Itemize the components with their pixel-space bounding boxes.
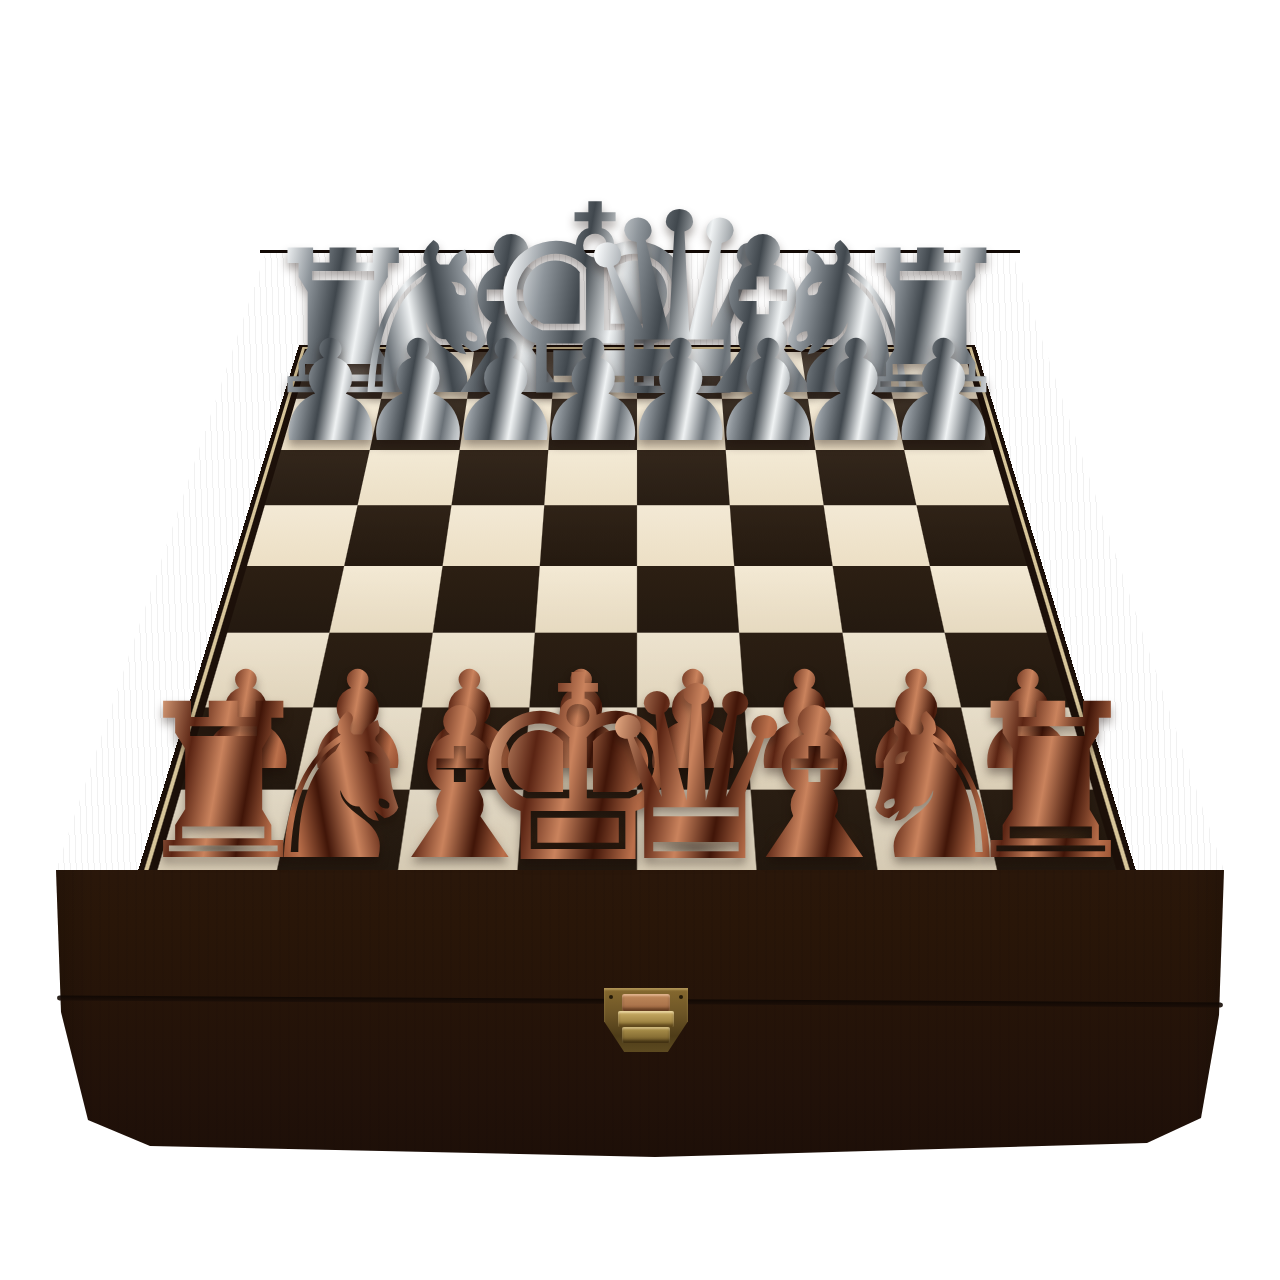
- square-h5[interactable]: [227, 566, 344, 633]
- chess-set-photo: ♜♞♝♚♛♝♞♜♟♟♟♟♟♟♟♟♟♟♟♟♟♟♟♟♜♞♝♚♛♝♞♜: [0, 0, 1280, 1280]
- latch-hook-tab[interactable]: [622, 994, 670, 1011]
- chess-piece-black-rook-a8[interactable]: ♜: [955, 677, 1147, 891]
- square-f4[interactable]: [442, 505, 544, 566]
- latch-screw-icon: [679, 995, 683, 999]
- square-g4[interactable]: [344, 505, 450, 566]
- square-b4[interactable]: [823, 505, 929, 566]
- chess-piece-white-pawn-a2[interactable]: ♟: [881, 322, 1007, 462]
- latch-catch-mid[interactable]: [618, 1011, 674, 1027]
- latch-catch-bottom[interactable]: [622, 1027, 670, 1043]
- square-d4[interactable]: [637, 505, 735, 566]
- square-g5[interactable]: [330, 566, 442, 633]
- latch-screw-icon: [609, 995, 613, 999]
- square-e4[interactable]: [539, 505, 637, 566]
- square-c4[interactable]: [730, 505, 832, 566]
- square-a5[interactable]: [930, 566, 1047, 633]
- square-a4[interactable]: [916, 505, 1027, 566]
- square-b5[interactable]: [832, 566, 944, 633]
- square-c5[interactable]: [735, 566, 842, 633]
- square-h4[interactable]: [247, 505, 358, 566]
